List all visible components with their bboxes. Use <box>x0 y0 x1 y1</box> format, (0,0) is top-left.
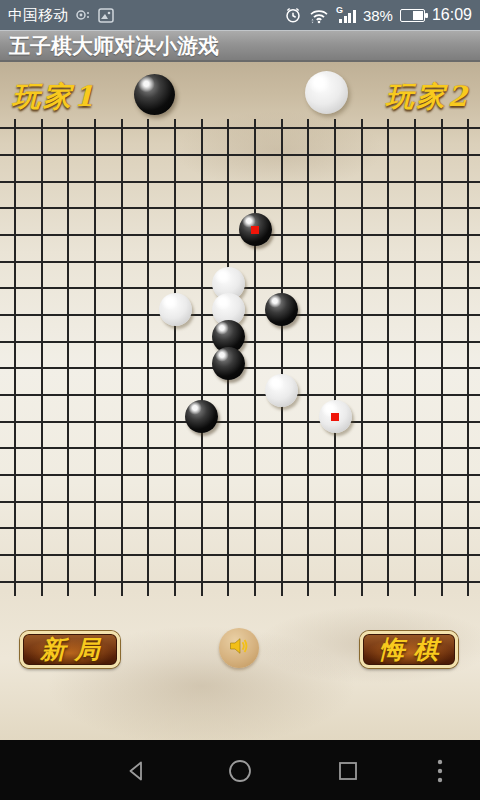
wifi-icon <box>309 7 329 24</box>
menu-dots-icon[interactable] <box>427 758 453 784</box>
voicemail-icon <box>75 8 91 22</box>
title-bar: 五子棋大师对决小游戏 <box>0 30 480 62</box>
player2-stone-icon <box>305 71 348 114</box>
undo-button[interactable]: 悔棋 <box>360 631 458 668</box>
alarm-icon <box>284 6 302 24</box>
recents-icon[interactable] <box>335 758 361 784</box>
sound-toggle-button[interactable] <box>219 628 259 668</box>
game-area: 玩家1 玩家2 新局 悔棋 <box>0 62 480 740</box>
home-icon[interactable] <box>227 758 253 784</box>
clock-label: 16:09 <box>432 6 472 24</box>
player1-label: 玩家1 <box>12 78 96 116</box>
status-bar: 中国移动 G 38% 16:09 <box>0 0 480 30</box>
status-right-group: G 38% 16:09 <box>284 6 472 24</box>
signal-bars-icon: G <box>336 6 356 24</box>
player1-stone-icon <box>134 74 175 115</box>
android-nav-bar <box>0 740 480 800</box>
battery-icon <box>400 9 425 22</box>
screenshot-icon <box>98 8 114 23</box>
carrier-label: 中国移动 <box>8 6 68 25</box>
battery-percent-label: 38% <box>363 7 393 24</box>
new-game-button[interactable]: 新局 <box>20 631 120 668</box>
phone-screen: 中国移动 G 38% 16:09 五子棋大师对决小游戏 <box>0 0 480 800</box>
back-icon[interactable] <box>124 758 150 784</box>
speaker-icon <box>227 634 251 662</box>
player2-label: 玩家2 <box>386 78 470 116</box>
status-left-group: 中国移动 <box>8 6 114 25</box>
new-game-button-label: 新局 <box>32 633 109 666</box>
app-title: 五子棋大师对决小游戏 <box>9 32 219 60</box>
undo-button-label: 悔棋 <box>371 633 448 666</box>
